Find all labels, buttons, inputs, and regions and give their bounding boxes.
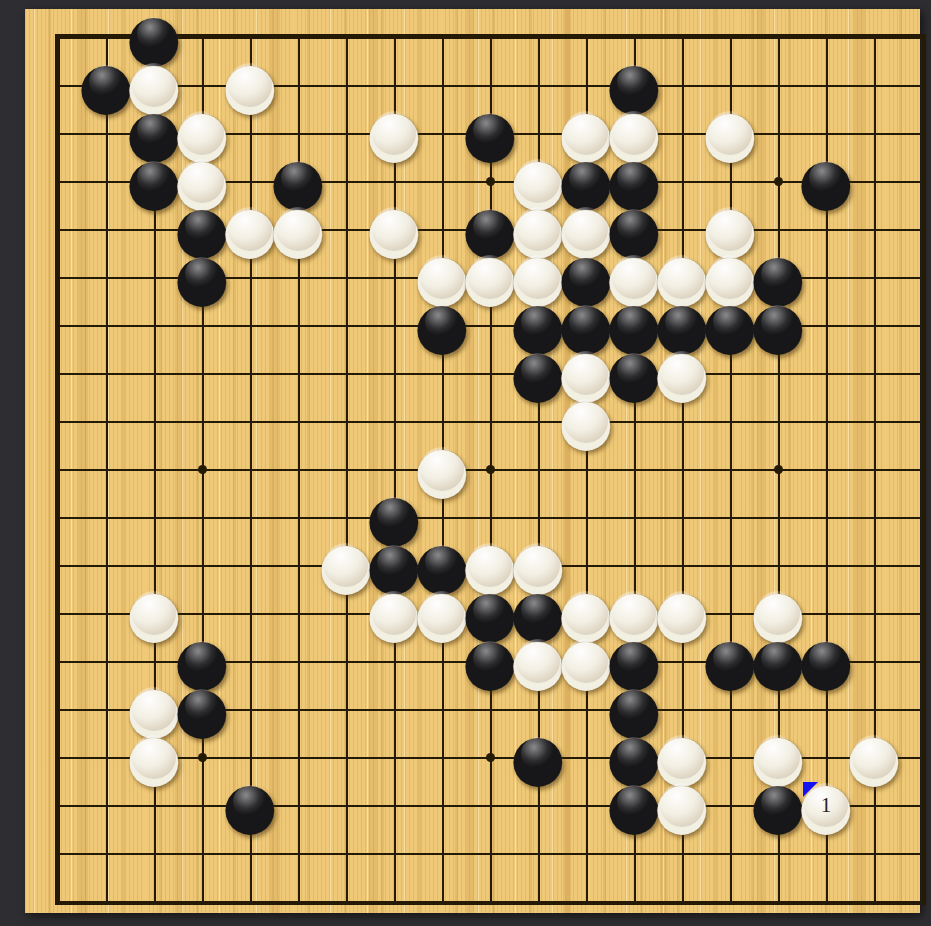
intersection-1-11[interactable] bbox=[34, 493, 82, 541]
intersection-1-19[interactable] bbox=[34, 877, 82, 925]
intersection-14-8[interactable]: ● bbox=[658, 349, 706, 397]
intersection-13-8[interactable]: ● bbox=[610, 349, 658, 397]
intersection-11-19[interactable] bbox=[514, 877, 562, 925]
intersection-19-3[interactable] bbox=[898, 109, 931, 157]
intersection-15-9[interactable] bbox=[706, 397, 754, 445]
intersection-5-6[interactable] bbox=[226, 253, 274, 301]
intersection-6-13[interactable] bbox=[274, 589, 322, 637]
intersection-16-8[interactable] bbox=[754, 349, 802, 397]
intersection-6-16[interactable] bbox=[274, 733, 322, 781]
black-stone[interactable]: ● bbox=[514, 349, 562, 397]
intersection-17-6[interactable] bbox=[802, 253, 850, 301]
intersection-4-7[interactable] bbox=[178, 301, 226, 349]
intersection-12-9[interactable]: ● bbox=[562, 397, 610, 445]
intersection-17-12[interactable] bbox=[802, 541, 850, 589]
intersection-1-2[interactable] bbox=[34, 61, 82, 109]
intersection-7-12[interactable]: ● bbox=[322, 541, 370, 589]
intersection-14-14[interactable] bbox=[658, 637, 706, 685]
intersection-8-9[interactable] bbox=[370, 397, 418, 445]
intersection-1-4[interactable] bbox=[34, 157, 82, 205]
intersection-5-5[interactable]: ● bbox=[226, 205, 274, 253]
intersection-17-17[interactable]: ●1 bbox=[802, 781, 850, 829]
intersection-12-16[interactable] bbox=[562, 733, 610, 781]
intersection-7-6[interactable] bbox=[322, 253, 370, 301]
intersection-6-5[interactable]: ● bbox=[274, 205, 322, 253]
intersection-9-17[interactable] bbox=[418, 781, 466, 829]
intersection-11-9[interactable] bbox=[514, 397, 562, 445]
intersection-18-5[interactable] bbox=[850, 205, 898, 253]
intersection-2-12[interactable] bbox=[82, 541, 130, 589]
intersection-11-1[interactable] bbox=[514, 13, 562, 61]
intersection-11-10[interactable] bbox=[514, 445, 562, 493]
intersection-1-16[interactable] bbox=[34, 733, 82, 781]
intersection-2-11[interactable] bbox=[82, 493, 130, 541]
black-stone[interactable]: ● bbox=[178, 253, 226, 301]
intersection-19-15[interactable] bbox=[898, 685, 931, 733]
intersection-13-19[interactable] bbox=[610, 877, 658, 925]
intersection-9-13[interactable]: ● bbox=[418, 589, 466, 637]
intersection-6-6[interactable] bbox=[274, 253, 322, 301]
intersection-17-8[interactable] bbox=[802, 349, 850, 397]
intersection-4-6[interactable]: ● bbox=[178, 253, 226, 301]
white-stone[interactable]: ● bbox=[514, 637, 562, 685]
intersection-4-18[interactable] bbox=[178, 829, 226, 877]
intersection-19-18[interactable] bbox=[898, 829, 931, 877]
intersection-17-11[interactable] bbox=[802, 493, 850, 541]
intersection-3-7[interactable] bbox=[130, 301, 178, 349]
intersection-3-10[interactable] bbox=[130, 445, 178, 493]
intersection-3-19[interactable] bbox=[130, 877, 178, 925]
intersection-1-5[interactable] bbox=[34, 205, 82, 253]
intersection-4-1[interactable] bbox=[178, 13, 226, 61]
white-stone[interactable]: ● bbox=[370, 205, 418, 253]
intersection-8-7[interactable] bbox=[370, 301, 418, 349]
intersection-19-14[interactable] bbox=[898, 637, 931, 685]
black-stone[interactable]: ● bbox=[610, 781, 658, 829]
intersection-15-7[interactable]: ● bbox=[706, 301, 754, 349]
intersection-13-17[interactable]: ● bbox=[610, 781, 658, 829]
black-stone[interactable]: ● bbox=[802, 157, 850, 205]
intersection-12-19[interactable] bbox=[562, 877, 610, 925]
intersection-7-17[interactable] bbox=[322, 781, 370, 829]
intersection-14-9[interactable] bbox=[658, 397, 706, 445]
white-stone[interactable]: ● bbox=[658, 781, 706, 829]
intersection-6-12[interactable] bbox=[274, 541, 322, 589]
intersection-9-10[interactable]: ● bbox=[418, 445, 466, 493]
intersection-3-4[interactable]: ● bbox=[130, 157, 178, 205]
intersection-9-19[interactable] bbox=[418, 877, 466, 925]
intersection-4-12[interactable] bbox=[178, 541, 226, 589]
intersection-2-2[interactable]: ● bbox=[82, 61, 130, 109]
black-stone[interactable]: ● bbox=[610, 349, 658, 397]
intersection-10-15[interactable] bbox=[466, 685, 514, 733]
intersection-16-10[interactable] bbox=[754, 445, 802, 493]
intersection-4-19[interactable] bbox=[178, 877, 226, 925]
intersection-3-9[interactable] bbox=[130, 397, 178, 445]
intersection-15-12[interactable] bbox=[706, 541, 754, 589]
intersection-1-14[interactable] bbox=[34, 637, 82, 685]
intersection-1-3[interactable] bbox=[34, 109, 82, 157]
intersection-3-17[interactable] bbox=[130, 781, 178, 829]
intersection-14-11[interactable] bbox=[658, 493, 706, 541]
intersection-8-6[interactable] bbox=[370, 253, 418, 301]
intersection-12-18[interactable] bbox=[562, 829, 610, 877]
intersection-7-1[interactable] bbox=[322, 13, 370, 61]
intersection-2-13[interactable] bbox=[82, 589, 130, 637]
intersection-2-10[interactable] bbox=[82, 445, 130, 493]
intersection-5-13[interactable] bbox=[226, 589, 274, 637]
intersection-16-7[interactable]: ● bbox=[754, 301, 802, 349]
intersection-1-13[interactable] bbox=[34, 589, 82, 637]
intersection-2-18[interactable] bbox=[82, 829, 130, 877]
intersection-9-7[interactable]: ● bbox=[418, 301, 466, 349]
intersection-6-18[interactable] bbox=[274, 829, 322, 877]
intersection-10-10[interactable] bbox=[466, 445, 514, 493]
white-stone[interactable]: ● bbox=[562, 637, 610, 685]
black-stone[interactable]: ● bbox=[466, 637, 514, 685]
intersection-17-15[interactable] bbox=[802, 685, 850, 733]
black-stone[interactable]: ● bbox=[754, 301, 802, 349]
intersection-5-11[interactable] bbox=[226, 493, 274, 541]
black-stone[interactable]: ● bbox=[226, 781, 274, 829]
intersection-4-9[interactable] bbox=[178, 397, 226, 445]
intersection-17-18[interactable] bbox=[802, 829, 850, 877]
intersection-12-11[interactable] bbox=[562, 493, 610, 541]
intersection-18-7[interactable] bbox=[850, 301, 898, 349]
black-stone[interactable]: ● bbox=[706, 637, 754, 685]
intersection-17-5[interactable] bbox=[802, 205, 850, 253]
intersection-12-15[interactable] bbox=[562, 685, 610, 733]
intersection-2-9[interactable] bbox=[82, 397, 130, 445]
intersection-14-18[interactable] bbox=[658, 829, 706, 877]
intersection-5-7[interactable] bbox=[226, 301, 274, 349]
intersection-7-2[interactable] bbox=[322, 61, 370, 109]
intersection-5-18[interactable] bbox=[226, 829, 274, 877]
intersection-3-16[interactable]: ● bbox=[130, 733, 178, 781]
intersection-9-2[interactable] bbox=[418, 61, 466, 109]
intersection-18-2[interactable] bbox=[850, 61, 898, 109]
intersection-18-19[interactable] bbox=[850, 877, 898, 925]
white-stone[interactable]: ● bbox=[658, 349, 706, 397]
intersection-10-14[interactable]: ● bbox=[466, 637, 514, 685]
white-stone[interactable]: ● bbox=[850, 733, 898, 781]
intersection-6-1[interactable] bbox=[274, 13, 322, 61]
intersection-11-18[interactable] bbox=[514, 829, 562, 877]
intersection-15-11[interactable] bbox=[706, 493, 754, 541]
intersection-18-16[interactable]: ● bbox=[850, 733, 898, 781]
intersection-7-14[interactable] bbox=[322, 637, 370, 685]
white-stone[interactable]: ● bbox=[562, 397, 610, 445]
intersection-17-19[interactable] bbox=[802, 877, 850, 925]
intersection-18-12[interactable] bbox=[850, 541, 898, 589]
intersection-8-18[interactable] bbox=[370, 829, 418, 877]
intersection-7-7[interactable] bbox=[322, 301, 370, 349]
intersection-11-16[interactable]: ● bbox=[514, 733, 562, 781]
black-stone[interactable]: ● bbox=[514, 733, 562, 781]
intersection-2-17[interactable] bbox=[82, 781, 130, 829]
intersection-14-17[interactable]: ● bbox=[658, 781, 706, 829]
intersection-6-19[interactable] bbox=[274, 877, 322, 925]
intersection-15-3[interactable]: ● bbox=[706, 109, 754, 157]
intersection-6-9[interactable] bbox=[274, 397, 322, 445]
intersection-17-4[interactable]: ● bbox=[802, 157, 850, 205]
intersection-10-6[interactable]: ● bbox=[466, 253, 514, 301]
intersection-9-15[interactable] bbox=[418, 685, 466, 733]
intersection-7-10[interactable] bbox=[322, 445, 370, 493]
intersection-16-17[interactable]: ● bbox=[754, 781, 802, 829]
white-stone[interactable]: ● bbox=[226, 61, 274, 109]
intersection-2-14[interactable] bbox=[82, 637, 130, 685]
intersection-2-15[interactable] bbox=[82, 685, 130, 733]
intersection-6-11[interactable] bbox=[274, 493, 322, 541]
intersection-9-14[interactable] bbox=[418, 637, 466, 685]
intersection-8-5[interactable]: ● bbox=[370, 205, 418, 253]
black-stone[interactable]: ● bbox=[754, 781, 802, 829]
intersection-2-16[interactable] bbox=[82, 733, 130, 781]
intersection-6-15[interactable] bbox=[274, 685, 322, 733]
black-stone[interactable]: ● bbox=[802, 637, 850, 685]
intersection-5-3[interactable] bbox=[226, 109, 274, 157]
intersection-1-6[interactable] bbox=[34, 253, 82, 301]
intersection-18-14[interactable] bbox=[850, 637, 898, 685]
intersection-2-3[interactable] bbox=[82, 109, 130, 157]
intersection-19-7[interactable] bbox=[898, 301, 931, 349]
intersection-16-11[interactable] bbox=[754, 493, 802, 541]
black-stone[interactable]: ● bbox=[178, 685, 226, 733]
white-stone[interactable]: ● bbox=[466, 253, 514, 301]
intersection-17-7[interactable] bbox=[802, 301, 850, 349]
intersection-16-18[interactable] bbox=[754, 829, 802, 877]
black-stone[interactable]: ● bbox=[754, 637, 802, 685]
intersection-12-10[interactable] bbox=[562, 445, 610, 493]
intersection-12-17[interactable] bbox=[562, 781, 610, 829]
intersection-1-12[interactable] bbox=[34, 541, 82, 589]
intersection-5-17[interactable]: ● bbox=[226, 781, 274, 829]
intersection-16-14[interactable]: ● bbox=[754, 637, 802, 685]
intersection-9-4[interactable] bbox=[418, 157, 466, 205]
intersection-10-17[interactable] bbox=[466, 781, 514, 829]
intersection-12-14[interactable]: ● bbox=[562, 637, 610, 685]
intersection-1-9[interactable] bbox=[34, 397, 82, 445]
intersection-13-18[interactable] bbox=[610, 829, 658, 877]
intersection-19-12[interactable] bbox=[898, 541, 931, 589]
white-stone[interactable]: ● bbox=[370, 109, 418, 157]
intersection-18-11[interactable] bbox=[850, 493, 898, 541]
intersection-17-10[interactable] bbox=[802, 445, 850, 493]
intersection-19-5[interactable] bbox=[898, 205, 931, 253]
intersection-6-17[interactable] bbox=[274, 781, 322, 829]
intersection-17-1[interactable] bbox=[802, 13, 850, 61]
intersection-9-1[interactable] bbox=[418, 13, 466, 61]
intersection-10-8[interactable] bbox=[466, 349, 514, 397]
intersection-15-16[interactable] bbox=[706, 733, 754, 781]
intersection-18-3[interactable] bbox=[850, 109, 898, 157]
intersection-14-10[interactable] bbox=[658, 445, 706, 493]
intersection-10-19[interactable] bbox=[466, 877, 514, 925]
intersection-19-6[interactable] bbox=[898, 253, 931, 301]
intersection-6-8[interactable] bbox=[274, 349, 322, 397]
white-stone[interactable]: ● bbox=[370, 589, 418, 637]
intersection-3-6[interactable] bbox=[130, 253, 178, 301]
intersection-11-8[interactable]: ● bbox=[514, 349, 562, 397]
intersection-11-17[interactable] bbox=[514, 781, 562, 829]
intersection-8-19[interactable] bbox=[370, 877, 418, 925]
intersection-1-7[interactable] bbox=[34, 301, 82, 349]
black-stone[interactable]: ● bbox=[466, 109, 514, 157]
intersection-18-17[interactable] bbox=[850, 781, 898, 829]
black-stone[interactable]: ● bbox=[418, 301, 466, 349]
intersection-17-2[interactable] bbox=[802, 61, 850, 109]
intersection-9-16[interactable] bbox=[418, 733, 466, 781]
intersection-8-13[interactable]: ● bbox=[370, 589, 418, 637]
intersection-17-9[interactable] bbox=[802, 397, 850, 445]
intersection-7-9[interactable] bbox=[322, 397, 370, 445]
intersection-13-9[interactable] bbox=[610, 397, 658, 445]
intersection-5-19[interactable] bbox=[226, 877, 274, 925]
intersection-4-16[interactable] bbox=[178, 733, 226, 781]
intersection-7-19[interactable] bbox=[322, 877, 370, 925]
intersection-8-3[interactable]: ● bbox=[370, 109, 418, 157]
intersection-11-2[interactable] bbox=[514, 61, 562, 109]
intersection-7-16[interactable] bbox=[322, 733, 370, 781]
intersection-19-9[interactable] bbox=[898, 397, 931, 445]
black-stone[interactable]: ● bbox=[130, 157, 178, 205]
intersection-9-8[interactable] bbox=[418, 349, 466, 397]
intersection-7-3[interactable] bbox=[322, 109, 370, 157]
white-stone[interactable]: ● bbox=[658, 589, 706, 637]
intersection-1-15[interactable] bbox=[34, 685, 82, 733]
intersection-3-13[interactable]: ● bbox=[130, 589, 178, 637]
intersection-12-1[interactable] bbox=[562, 13, 610, 61]
intersection-8-16[interactable] bbox=[370, 733, 418, 781]
intersection-19-19[interactable] bbox=[898, 877, 931, 925]
intersection-3-8[interactable] bbox=[130, 349, 178, 397]
intersection-7-5[interactable] bbox=[322, 205, 370, 253]
intersection-18-18[interactable] bbox=[850, 829, 898, 877]
intersection-6-10[interactable] bbox=[274, 445, 322, 493]
intersection-8-14[interactable] bbox=[370, 637, 418, 685]
intersection-6-7[interactable] bbox=[274, 301, 322, 349]
intersection-8-17[interactable] bbox=[370, 781, 418, 829]
intersection-6-2[interactable] bbox=[274, 61, 322, 109]
white-stone[interactable]: ● bbox=[226, 205, 274, 253]
intersection-6-14[interactable] bbox=[274, 637, 322, 685]
intersection-7-15[interactable] bbox=[322, 685, 370, 733]
intersection-1-17[interactable] bbox=[34, 781, 82, 829]
intersection-18-13[interactable] bbox=[850, 589, 898, 637]
intersection-16-19[interactable] bbox=[754, 877, 802, 925]
white-stone[interactable]: ● bbox=[706, 109, 754, 157]
intersection-3-5[interactable] bbox=[130, 205, 178, 253]
intersection-15-1[interactable] bbox=[706, 13, 754, 61]
intersection-15-19[interactable] bbox=[706, 877, 754, 925]
intersection-19-17[interactable] bbox=[898, 781, 931, 829]
intersection-4-15[interactable]: ● bbox=[178, 685, 226, 733]
intersection-15-8[interactable] bbox=[706, 349, 754, 397]
intersection-15-14[interactable]: ● bbox=[706, 637, 754, 685]
intersection-19-2[interactable] bbox=[898, 61, 931, 109]
intersection-5-12[interactable] bbox=[226, 541, 274, 589]
white-stone[interactable]: ● bbox=[130, 589, 178, 637]
intersection-8-1[interactable] bbox=[370, 13, 418, 61]
intersection-19-10[interactable] bbox=[898, 445, 931, 493]
intersection-11-14[interactable]: ● bbox=[514, 637, 562, 685]
intersection-7-4[interactable] bbox=[322, 157, 370, 205]
intersection-1-8[interactable] bbox=[34, 349, 82, 397]
intersection-3-11[interactable] bbox=[130, 493, 178, 541]
intersection-19-13[interactable] bbox=[898, 589, 931, 637]
intersection-16-9[interactable] bbox=[754, 397, 802, 445]
intersection-8-8[interactable] bbox=[370, 349, 418, 397]
intersection-10-9[interactable] bbox=[466, 397, 514, 445]
intersection-18-9[interactable] bbox=[850, 397, 898, 445]
intersection-4-8[interactable] bbox=[178, 349, 226, 397]
intersection-2-8[interactable] bbox=[82, 349, 130, 397]
intersection-7-18[interactable] bbox=[322, 829, 370, 877]
intersection-5-8[interactable] bbox=[226, 349, 274, 397]
intersection-18-10[interactable] bbox=[850, 445, 898, 493]
intersection-19-1[interactable] bbox=[898, 13, 931, 61]
intersection-18-8[interactable] bbox=[850, 349, 898, 397]
intersection-14-1[interactable] bbox=[658, 13, 706, 61]
intersection-1-18[interactable] bbox=[34, 829, 82, 877]
intersection-5-10[interactable] bbox=[226, 445, 274, 493]
white-stone[interactable]: ● bbox=[322, 541, 370, 589]
intersection-4-10[interactable] bbox=[178, 445, 226, 493]
white-stone[interactable]: ● bbox=[418, 445, 466, 493]
intersection-16-1[interactable] bbox=[754, 13, 802, 61]
intersection-10-7[interactable] bbox=[466, 301, 514, 349]
intersection-2-19[interactable] bbox=[82, 877, 130, 925]
intersection-2-7[interactable] bbox=[82, 301, 130, 349]
intersection-19-4[interactable] bbox=[898, 157, 931, 205]
intersection-15-18[interactable] bbox=[706, 829, 754, 877]
intersection-7-13[interactable] bbox=[322, 589, 370, 637]
intersection-14-4[interactable] bbox=[658, 157, 706, 205]
intersection-7-8[interactable] bbox=[322, 349, 370, 397]
intersection-8-15[interactable] bbox=[370, 685, 418, 733]
intersection-5-2[interactable]: ● bbox=[226, 61, 274, 109]
intersection-19-16[interactable] bbox=[898, 733, 931, 781]
intersection-14-13[interactable]: ● bbox=[658, 589, 706, 637]
intersection-5-14[interactable] bbox=[226, 637, 274, 685]
intersection-16-2[interactable] bbox=[754, 61, 802, 109]
white-stone[interactable]: ● bbox=[418, 589, 466, 637]
intersection-10-16[interactable] bbox=[466, 733, 514, 781]
intersection-1-10[interactable] bbox=[34, 445, 82, 493]
intersection-19-8[interactable] bbox=[898, 349, 931, 397]
intersection-2-6[interactable] bbox=[82, 253, 130, 301]
intersection-14-3[interactable] bbox=[658, 109, 706, 157]
intersection-15-17[interactable] bbox=[706, 781, 754, 829]
intersection-4-17[interactable] bbox=[178, 781, 226, 829]
intersection-9-3[interactable] bbox=[418, 109, 466, 157]
black-stone[interactable]: ● bbox=[82, 61, 130, 109]
intersection-17-14[interactable]: ● bbox=[802, 637, 850, 685]
intersection-4-11[interactable] bbox=[178, 493, 226, 541]
intersection-10-1[interactable] bbox=[466, 13, 514, 61]
intersection-5-15[interactable] bbox=[226, 685, 274, 733]
intersection-13-11[interactable] bbox=[610, 493, 658, 541]
intersection-2-4[interactable] bbox=[82, 157, 130, 205]
intersection-16-3[interactable] bbox=[754, 109, 802, 157]
intersection-2-5[interactable] bbox=[82, 205, 130, 253]
intersection-1-1[interactable] bbox=[34, 13, 82, 61]
intersection-18-4[interactable] bbox=[850, 157, 898, 205]
intersection-10-18[interactable] bbox=[466, 829, 514, 877]
intersection-14-2[interactable] bbox=[658, 61, 706, 109]
intersection-3-18[interactable] bbox=[130, 829, 178, 877]
